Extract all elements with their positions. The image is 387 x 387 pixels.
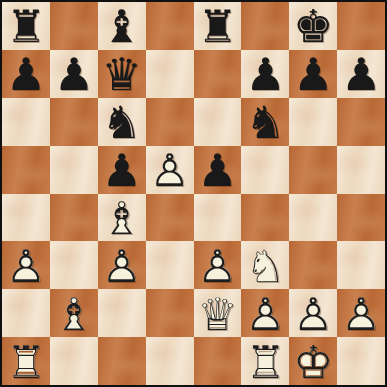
black-bishop-glyph: ♝ [98,2,146,50]
black-bishop[interactable]: ♝ [98,2,146,50]
black-pawn-glyph: ♟ [98,146,146,194]
square-b7[interactable]: ♟ [50,50,98,98]
square-g5[interactable] [289,146,337,194]
white-rook[interactable]: ♜♖ [2,337,50,385]
black-pawn[interactable]: ♟ [2,50,50,98]
white-pawn-outline: ♙ [241,289,289,337]
square-a3[interactable]: ♟♙ [2,241,50,289]
square-g1[interactable]: ♚♔ [289,337,337,385]
square-b1[interactable] [50,337,98,385]
square-f4[interactable] [241,194,289,242]
square-d7[interactable] [146,50,194,98]
black-rook-glyph: ♜ [194,2,242,50]
white-pawn-outline: ♙ [337,289,385,337]
black-pawn[interactable]: ♟ [289,50,337,98]
square-a8[interactable]: ♜ [2,2,50,50]
black-queen-glyph: ♛ [98,50,146,98]
square-d8[interactable] [146,2,194,50]
square-f7[interactable]: ♟ [241,50,289,98]
square-b6[interactable] [50,98,98,146]
square-f5[interactable] [241,146,289,194]
square-a5[interactable] [2,146,50,194]
black-pawn-glyph: ♟ [289,50,337,98]
square-d6[interactable] [146,98,194,146]
black-pawn[interactable]: ♟ [337,50,385,98]
square-e6[interactable] [194,98,242,146]
square-g6[interactable] [289,98,337,146]
black-pawn-glyph: ♟ [50,50,98,98]
white-knight-outline: ♘ [241,241,289,289]
square-h4[interactable] [337,194,385,242]
square-e7[interactable] [194,50,242,98]
white-pawn[interactable]: ♟♙ [2,241,50,289]
square-f8[interactable] [241,2,289,50]
white-knight[interactable]: ♞♘ [241,241,289,289]
white-pawn-outline: ♙ [2,241,50,289]
square-b8[interactable] [50,2,98,50]
white-pawn-outline: ♙ [146,146,194,194]
square-c4[interactable]: ♝♗ [98,194,146,242]
white-bishop[interactable]: ♝♗ [50,289,98,337]
square-f2[interactable]: ♟♙ [241,289,289,337]
square-c5[interactable]: ♟ [98,146,146,194]
black-pawn[interactable]: ♟ [50,50,98,98]
square-h3[interactable] [337,241,385,289]
white-queen-outline: ♕ [194,289,242,337]
square-e3[interactable]: ♟♙ [194,241,242,289]
square-c6[interactable]: ♞ [98,98,146,146]
black-pawn-glyph: ♟ [241,50,289,98]
square-h1[interactable] [337,337,385,385]
black-rook[interactable]: ♜ [194,2,242,50]
black-king[interactable]: ♚ [289,2,337,50]
square-g3[interactable] [289,241,337,289]
black-knight-glyph: ♞ [98,98,146,146]
black-queen[interactable]: ♛ [98,50,146,98]
black-pawn-glyph: ♟ [2,50,50,98]
black-rook[interactable]: ♜ [2,2,50,50]
white-pawn[interactable]: ♟♙ [241,289,289,337]
white-pawn-outline: ♙ [289,289,337,337]
white-rook-outline: ♖ [241,337,289,385]
white-pawn[interactable]: ♟♙ [194,241,242,289]
black-pawn-glyph: ♟ [337,50,385,98]
square-d1[interactable] [146,337,194,385]
square-d3[interactable] [146,241,194,289]
square-b2[interactable]: ♝♗ [50,289,98,337]
white-pawn[interactable]: ♟♙ [289,289,337,337]
white-pawn[interactable]: ♟♙ [146,146,194,194]
white-pawn-outline: ♙ [98,241,146,289]
square-c8[interactable]: ♝ [98,2,146,50]
black-knight-glyph: ♞ [241,98,289,146]
white-rook[interactable]: ♜♖ [241,337,289,385]
square-f3[interactable]: ♞♘ [241,241,289,289]
square-e4[interactable] [194,194,242,242]
square-g7[interactable]: ♟ [289,50,337,98]
square-h2[interactable]: ♟♙ [337,289,385,337]
square-e5[interactable]: ♟ [194,146,242,194]
chess-board: ♜♝♜♚♟♟♛♟♟♟♞♞♟♟♙♟♝♗♟♙♟♙♟♙♞♘♝♗♛♕♟♙♟♙♟♙♜♖♜♖… [0,0,387,387]
black-rook-glyph: ♜ [2,2,50,50]
square-c7[interactable]: ♛ [98,50,146,98]
square-c1[interactable] [98,337,146,385]
black-pawn-glyph: ♟ [194,146,242,194]
square-b4[interactable] [50,194,98,242]
square-a7[interactable]: ♟ [2,50,50,98]
white-pawn[interactable]: ♟♙ [337,289,385,337]
square-h5[interactable] [337,146,385,194]
square-d4[interactable] [146,194,194,242]
white-queen[interactable]: ♛♕ [194,289,242,337]
square-a1[interactable]: ♜♖ [2,337,50,385]
black-knight[interactable]: ♞ [98,98,146,146]
black-pawn[interactable]: ♟ [98,146,146,194]
white-pawn[interactable]: ♟♙ [98,241,146,289]
square-f1[interactable]: ♜♖ [241,337,289,385]
square-a6[interactable] [2,98,50,146]
square-g4[interactable] [289,194,337,242]
white-pawn-outline: ♙ [194,241,242,289]
square-a4[interactable] [2,194,50,242]
white-king-outline: ♔ [289,337,337,385]
black-king-glyph: ♚ [289,2,337,50]
square-h7[interactable]: ♟ [337,50,385,98]
square-b3[interactable] [50,241,98,289]
square-c2[interactable] [98,289,146,337]
square-h6[interactable] [337,98,385,146]
square-e1[interactable] [194,337,242,385]
square-d2[interactable] [146,289,194,337]
square-f6[interactable]: ♞ [241,98,289,146]
square-b5[interactable] [50,146,98,194]
square-c3[interactable]: ♟♙ [98,241,146,289]
square-a2[interactable] [2,289,50,337]
white-rook-outline: ♖ [2,337,50,385]
square-g2[interactable]: ♟♙ [289,289,337,337]
square-g8[interactable]: ♚ [289,2,337,50]
square-h8[interactable] [337,2,385,50]
black-pawn[interactable]: ♟ [241,50,289,98]
black-pawn[interactable]: ♟ [194,146,242,194]
square-e2[interactable]: ♛♕ [194,289,242,337]
white-bishop-outline: ♗ [98,194,146,242]
white-bishop[interactable]: ♝♗ [98,194,146,242]
black-knight[interactable]: ♞ [241,98,289,146]
white-king[interactable]: ♚♔ [289,337,337,385]
square-d5[interactable]: ♟♙ [146,146,194,194]
square-e8[interactable]: ♜ [194,2,242,50]
white-bishop-outline: ♗ [50,289,98,337]
